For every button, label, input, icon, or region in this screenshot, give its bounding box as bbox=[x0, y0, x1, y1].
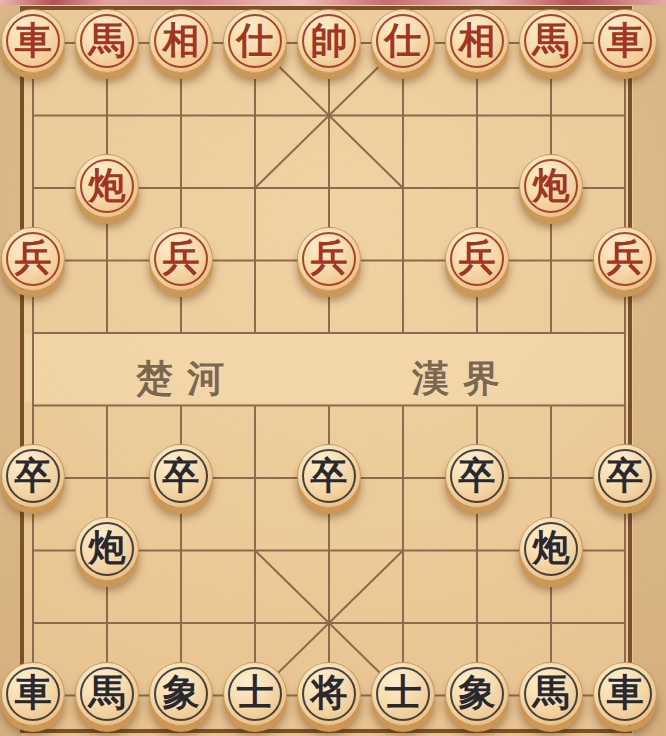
xiangqi-board[interactable]: 楚河 漢界 車馬相仕帥仕相馬車炮炮兵兵兵兵兵卒卒卒卒卒炮炮車馬象士将士象馬車 bbox=[0, 0, 666, 736]
piece-red-advisor[interactable]: 仕 bbox=[223, 9, 287, 73]
piece-red-cannon[interactable]: 炮 bbox=[75, 154, 139, 218]
piece-red-soldier[interactable]: 兵 bbox=[445, 227, 509, 291]
piece-black-general[interactable]: 将 bbox=[297, 662, 361, 726]
piece-red-general[interactable]: 帥 bbox=[297, 9, 361, 73]
piece-character: 相 bbox=[163, 22, 200, 59]
piece-character: 士 bbox=[385, 674, 422, 711]
piece-character: 相 bbox=[459, 22, 496, 59]
piece-character: 卒 bbox=[163, 457, 200, 494]
piece-character: 卒 bbox=[607, 457, 644, 494]
piece-black-cannon[interactable]: 炮 bbox=[75, 517, 139, 581]
piece-character: 馬 bbox=[533, 22, 570, 59]
piece-red-horse[interactable]: 馬 bbox=[75, 9, 139, 73]
piece-character: 兵 bbox=[163, 239, 200, 276]
piece-character: 炮 bbox=[89, 167, 126, 204]
piece-black-chariot[interactable]: 車 bbox=[1, 662, 65, 726]
piece-black-elephant[interactable]: 象 bbox=[445, 662, 509, 726]
piece-black-cannon[interactable]: 炮 bbox=[519, 517, 583, 581]
piece-character: 兵 bbox=[311, 239, 348, 276]
piece-character: 士 bbox=[237, 674, 274, 711]
piece-black-soldier[interactable]: 卒 bbox=[1, 444, 65, 508]
piece-character: 仕 bbox=[237, 22, 274, 59]
piece-black-advisor[interactable]: 士 bbox=[223, 662, 287, 726]
piece-character: 車 bbox=[15, 22, 52, 59]
piece-character: 卒 bbox=[15, 457, 52, 494]
piece-character: 将 bbox=[311, 674, 348, 711]
piece-red-chariot[interactable]: 車 bbox=[1, 9, 65, 73]
board-grid bbox=[0, 0, 666, 736]
piece-black-soldier[interactable]: 卒 bbox=[445, 444, 509, 508]
piece-character: 車 bbox=[607, 674, 644, 711]
piece-character: 帥 bbox=[311, 22, 348, 59]
piece-red-advisor[interactable]: 仕 bbox=[371, 9, 435, 73]
piece-character: 炮 bbox=[89, 529, 126, 566]
piece-black-horse[interactable]: 馬 bbox=[75, 662, 139, 726]
piece-character: 兵 bbox=[607, 239, 644, 276]
piece-red-elephant[interactable]: 相 bbox=[445, 9, 509, 73]
piece-black-advisor[interactable]: 士 bbox=[371, 662, 435, 726]
piece-red-soldier[interactable]: 兵 bbox=[149, 227, 213, 291]
piece-character: 兵 bbox=[15, 239, 52, 276]
piece-red-chariot[interactable]: 車 bbox=[593, 9, 657, 73]
piece-character: 象 bbox=[163, 674, 200, 711]
piece-character: 馬 bbox=[89, 674, 126, 711]
piece-black-soldier[interactable]: 卒 bbox=[593, 444, 657, 508]
river-label-han-jie: 漢界 bbox=[412, 359, 514, 399]
piece-red-soldier[interactable]: 兵 bbox=[593, 227, 657, 291]
piece-red-horse[interactable]: 馬 bbox=[519, 9, 583, 73]
piece-character: 兵 bbox=[459, 239, 496, 276]
piece-character: 炮 bbox=[533, 529, 570, 566]
river-label-chu-he: 楚河 bbox=[136, 359, 238, 399]
piece-character: 車 bbox=[607, 22, 644, 59]
piece-red-soldier[interactable]: 兵 bbox=[1, 227, 65, 291]
piece-character: 炮 bbox=[533, 167, 570, 204]
piece-character: 象 bbox=[459, 674, 496, 711]
piece-character: 卒 bbox=[311, 457, 348, 494]
piece-black-horse[interactable]: 馬 bbox=[519, 662, 583, 726]
piece-red-soldier[interactable]: 兵 bbox=[297, 227, 361, 291]
piece-character: 仕 bbox=[385, 22, 422, 59]
piece-character: 卒 bbox=[459, 457, 496, 494]
piece-black-elephant[interactable]: 象 bbox=[149, 662, 213, 726]
piece-red-cannon[interactable]: 炮 bbox=[519, 154, 583, 218]
piece-black-chariot[interactable]: 車 bbox=[593, 662, 657, 726]
piece-black-soldier[interactable]: 卒 bbox=[149, 444, 213, 508]
piece-black-soldier[interactable]: 卒 bbox=[297, 444, 361, 508]
piece-character: 車 bbox=[15, 674, 52, 711]
piece-character: 馬 bbox=[533, 674, 570, 711]
piece-red-elephant[interactable]: 相 bbox=[149, 9, 213, 73]
piece-character: 馬 bbox=[89, 22, 126, 59]
